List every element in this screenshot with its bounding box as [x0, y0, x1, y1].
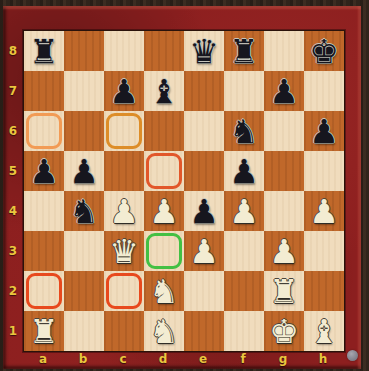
file-label-e: e [183, 351, 223, 368]
square-b3[interactable] [64, 231, 104, 271]
rank-label-5: 5 [3, 151, 23, 191]
square-g1[interactable]: ♚ [264, 311, 304, 351]
rank-labels: 87654321 [3, 31, 23, 351]
square-h6[interactable]: ♟ [304, 111, 344, 151]
square-f6[interactable]: ♞ [224, 111, 264, 151]
highlight-d5 [146, 153, 182, 189]
square-b2[interactable] [64, 271, 104, 311]
square-d4[interactable]: ♟ [144, 191, 184, 231]
square-h3[interactable] [304, 231, 344, 271]
square-b1[interactable] [64, 311, 104, 351]
square-h4[interactable]: ♟ [304, 191, 344, 231]
square-e8[interactable]: ♛ [184, 31, 224, 71]
square-c1[interactable] [104, 311, 144, 351]
square-g7[interactable]: ♟ [264, 71, 304, 111]
piece-black-queen[interactable]: ♛ [184, 31, 224, 71]
file-label-b: b [63, 351, 103, 368]
piece-black-pawn[interactable]: ♟ [64, 151, 104, 191]
piece-white-queen[interactable]: ♛ [104, 231, 144, 271]
square-d1[interactable]: ♞ [144, 311, 184, 351]
square-f8[interactable]: ♜ [224, 31, 264, 71]
square-b5[interactable]: ♟ [64, 151, 104, 191]
square-f7[interactable] [224, 71, 264, 111]
file-labels: abcdefgh [23, 351, 343, 368]
piece-white-rook[interactable]: ♜ [24, 311, 64, 351]
highlight-c6 [106, 113, 142, 149]
square-f2[interactable] [224, 271, 264, 311]
piece-white-pawn[interactable]: ♟ [264, 231, 304, 271]
file-label-a: a [23, 351, 63, 368]
piece-black-pawn[interactable]: ♟ [184, 191, 224, 231]
square-c5[interactable] [104, 151, 144, 191]
piece-white-knight[interactable]: ♞ [144, 311, 184, 351]
piece-black-knight[interactable]: ♞ [224, 111, 264, 151]
rank-label-7: 7 [3, 71, 23, 111]
piece-white-knight[interactable]: ♞ [144, 271, 184, 311]
square-c2[interactable] [104, 271, 144, 311]
square-a5[interactable]: ♟ [24, 151, 64, 191]
square-b4[interactable]: ♞ [64, 191, 104, 231]
piece-white-bishop[interactable]: ♝ [304, 311, 344, 351]
square-e5[interactable] [184, 151, 224, 191]
highlight-d3 [146, 233, 182, 269]
square-h2[interactable] [304, 271, 344, 311]
file-label-f: f [223, 351, 263, 368]
piece-white-pawn[interactable]: ♟ [144, 191, 184, 231]
square-e4[interactable]: ♟ [184, 191, 224, 231]
square-f5[interactable]: ♟ [224, 151, 264, 191]
file-label-g: g [263, 351, 303, 368]
square-c7[interactable]: ♟ [104, 71, 144, 111]
rank-label-6: 6 [3, 111, 23, 151]
square-g3[interactable]: ♟ [264, 231, 304, 271]
piece-black-knight[interactable]: ♞ [64, 191, 104, 231]
file-label-h: h [303, 351, 343, 368]
piece-black-pawn[interactable]: ♟ [264, 71, 304, 111]
file-label-d: d [143, 351, 183, 368]
rank-label-1: 1 [3, 311, 23, 351]
piece-black-pawn[interactable]: ♟ [24, 151, 64, 191]
square-e3[interactable]: ♟ [184, 231, 224, 271]
rank-label-3: 3 [3, 231, 23, 271]
square-b6[interactable] [64, 111, 104, 151]
square-b7[interactable] [64, 71, 104, 111]
square-d6[interactable] [144, 111, 184, 151]
square-f4[interactable]: ♟ [224, 191, 264, 231]
square-a1[interactable]: ♜ [24, 311, 64, 351]
square-c8[interactable] [104, 31, 144, 71]
chess-app: 87654321 abcdefgh ♜♛♜♚♟♝♟♞♟♟♟♟♞♟♟♟♟♟♛♟♟♞… [0, 0, 369, 371]
rank-label-2: 2 [3, 271, 23, 311]
square-c4[interactable]: ♟ [104, 191, 144, 231]
piece-black-rook[interactable]: ♜ [224, 31, 264, 71]
highlight-a2 [26, 273, 62, 309]
square-f1[interactable] [224, 311, 264, 351]
square-g8[interactable] [264, 31, 304, 71]
square-h8[interactable]: ♚ [304, 31, 344, 71]
square-g2[interactable]: ♜ [264, 271, 304, 311]
square-c6[interactable] [104, 111, 144, 151]
square-g4[interactable] [264, 191, 304, 231]
piece-white-pawn[interactable]: ♟ [184, 231, 224, 271]
square-d5[interactable] [144, 151, 184, 191]
square-a7[interactable] [24, 71, 64, 111]
square-e1[interactable] [184, 311, 224, 351]
piece-black-pawn[interactable]: ♟ [304, 111, 344, 151]
square-b8[interactable] [64, 31, 104, 71]
square-e2[interactable] [184, 271, 224, 311]
piece-black-rook[interactable]: ♜ [24, 31, 64, 71]
piece-white-king[interactable]: ♚ [264, 311, 304, 351]
square-d3[interactable] [144, 231, 184, 271]
rank-label-4: 4 [3, 191, 23, 231]
file-label-c: c [103, 351, 143, 368]
board: ♜♛♜♚♟♝♟♞♟♟♟♟♞♟♟♟♟♟♛♟♟♞♜♜♞♚♝ [23, 30, 345, 352]
corner-dot [347, 350, 358, 361]
square-a2[interactable] [24, 271, 64, 311]
square-h5[interactable] [304, 151, 344, 191]
square-c3[interactable]: ♛ [104, 231, 144, 271]
square-d2[interactable]: ♞ [144, 271, 184, 311]
square-h7[interactable] [304, 71, 344, 111]
square-a4[interactable] [24, 191, 64, 231]
piece-white-pawn[interactable]: ♟ [304, 191, 344, 231]
square-h1[interactable]: ♝ [304, 311, 344, 351]
piece-black-bishop[interactable]: ♝ [144, 71, 184, 111]
highlight-a6 [26, 113, 62, 149]
square-a3[interactable] [24, 231, 64, 271]
square-f3[interactable] [224, 231, 264, 271]
square-e7[interactable] [184, 71, 224, 111]
square-g6[interactable] [264, 111, 304, 151]
square-g5[interactable] [264, 151, 304, 191]
piece-white-pawn[interactable]: ♟ [104, 191, 144, 231]
rank-label-8: 8 [3, 31, 23, 71]
square-a8[interactable]: ♜ [24, 31, 64, 71]
square-d7[interactable]: ♝ [144, 71, 184, 111]
piece-white-rook[interactable]: ♜ [264, 271, 304, 311]
piece-black-king[interactable]: ♚ [304, 31, 344, 71]
highlight-c2 [106, 273, 142, 309]
piece-black-pawn[interactable]: ♟ [104, 71, 144, 111]
square-a6[interactable] [24, 111, 64, 151]
square-d8[interactable] [144, 31, 184, 71]
piece-white-pawn[interactable]: ♟ [224, 191, 264, 231]
piece-black-pawn[interactable]: ♟ [224, 151, 264, 191]
square-e6[interactable] [184, 111, 224, 151]
